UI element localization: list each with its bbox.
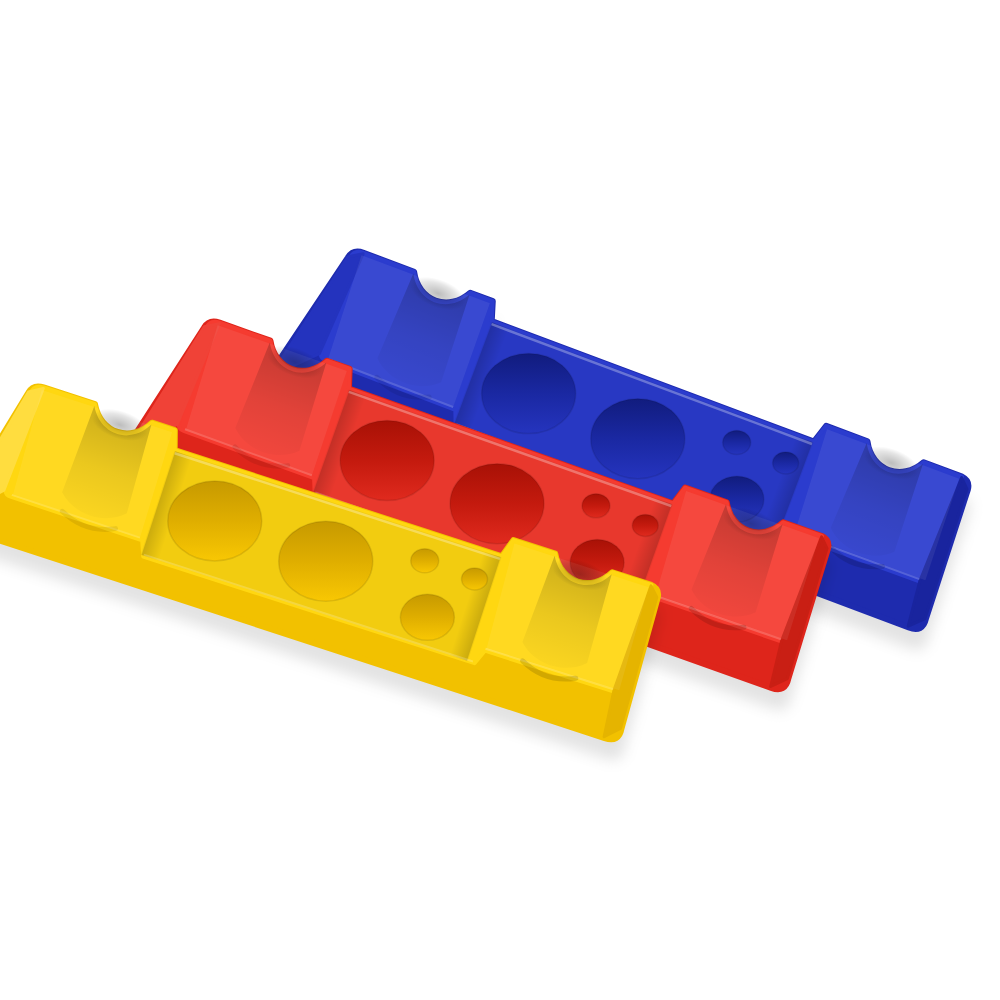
blue-stand-hole-large-2	[591, 399, 685, 479]
yellow-stand-hole-small-3	[411, 549, 439, 573]
yellow-stand-hole-large-1	[168, 481, 262, 561]
red-stand-hole-large-1	[340, 421, 434, 501]
scene-container	[0, 0, 1000, 1000]
scene-svg	[0, 0, 1000, 1000]
red-stand-hole-small-3	[582, 494, 610, 518]
blue-stand-hole-small-4	[773, 452, 799, 474]
blue-stand-hole-large-1	[482, 354, 576, 434]
product-photo	[0, 0, 1000, 1000]
red-stand-hole-large-2	[450, 464, 544, 544]
red-stand-hole-small-4	[632, 514, 658, 536]
yellow-stand-hole-small-4	[462, 568, 488, 590]
blue-stand-hole-small-3	[723, 431, 751, 455]
yellow-stand-hole-large-2	[279, 521, 373, 601]
yellow-stand-hole-medium-5	[400, 594, 454, 640]
